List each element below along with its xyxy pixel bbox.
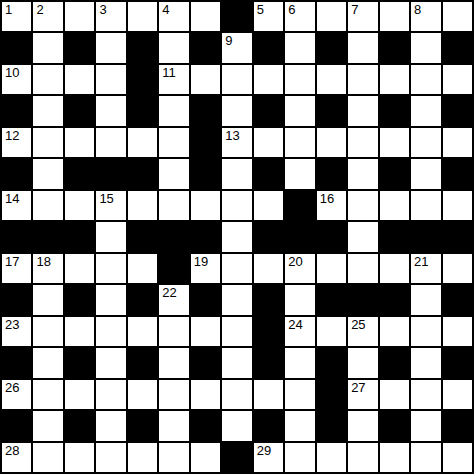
blocked-cell-r10c9 xyxy=(254,285,283,314)
blocked-cell-r4c15 xyxy=(443,96,472,125)
blocked-cell-r14c13 xyxy=(380,411,409,440)
cell-r3c10[interactable] xyxy=(285,65,314,94)
blocked-cell-r6c1 xyxy=(2,159,31,188)
blocked-cell-r8c1 xyxy=(2,222,31,251)
clue-number: 4 xyxy=(162,2,169,17)
blocked-cell-r8c2 xyxy=(33,222,62,251)
cell-r5c11[interactable] xyxy=(317,128,346,157)
cell-r7c4[interactable]: 15 xyxy=(96,191,125,220)
blocked-cell-r13c11 xyxy=(317,380,346,409)
cell-r7c7[interactable] xyxy=(191,191,220,220)
cell-r5c1[interactable]: 12 xyxy=(2,128,31,157)
blocked-cell-r10c12 xyxy=(348,285,377,314)
blocked-cell-r14c9 xyxy=(254,411,283,440)
cell-r3c7[interactable] xyxy=(191,65,220,94)
cell-r6c14[interactable] xyxy=(411,159,440,188)
blocked-cell-r12c1 xyxy=(2,348,31,377)
blocked-cell-r5c7 xyxy=(191,128,220,157)
cell-r2c4[interactable] xyxy=(96,33,125,62)
cell-r1c11[interactable] xyxy=(317,2,346,31)
cell-r14c12[interactable] xyxy=(348,411,377,440)
cell-r5c5[interactable] xyxy=(128,128,157,157)
clue-number: 12 xyxy=(5,128,19,143)
clue-number: 11 xyxy=(162,65,176,80)
cell-r13c5[interactable] xyxy=(128,380,157,409)
cell-r4c14[interactable] xyxy=(411,96,440,125)
cell-r5c4[interactable] xyxy=(96,128,125,157)
cell-r9c1[interactable]: 17 xyxy=(2,254,31,283)
cell-r13c1[interactable]: 26 xyxy=(2,380,31,409)
cell-r11c12[interactable]: 25 xyxy=(348,317,377,346)
blocked-cell-r12c13 xyxy=(380,348,409,377)
cell-r9c3[interactable] xyxy=(65,254,94,283)
blocked-cell-r6c4 xyxy=(96,159,125,188)
cell-r13c2[interactable] xyxy=(33,380,62,409)
clue-number: 7 xyxy=(351,2,358,17)
cell-r1c7[interactable] xyxy=(191,2,220,31)
blocked-cell-r4c7 xyxy=(191,96,220,125)
blocked-cell-r2c5 xyxy=(128,33,157,62)
cell-r11c13[interactable] xyxy=(380,317,409,346)
blocked-cell-r9c6 xyxy=(159,254,188,283)
cell-r13c4[interactable] xyxy=(96,380,125,409)
blocked-cell-r10c13 xyxy=(380,285,409,314)
blocked-cell-r12c9 xyxy=(254,348,283,377)
blocked-cell-r8c3 xyxy=(65,222,94,251)
cell-r1c2[interactable]: 2 xyxy=(33,2,62,31)
blocked-cell-r14c1 xyxy=(2,411,31,440)
blocked-cell-r4c13 xyxy=(380,96,409,125)
cell-r13c13[interactable] xyxy=(380,380,409,409)
cell-r15c13[interactable] xyxy=(380,443,409,472)
cell-r6c10[interactable] xyxy=(285,159,314,188)
cell-r1c1[interactable]: 1 xyxy=(2,2,31,31)
cell-r12c8[interactable] xyxy=(222,348,251,377)
blocked-cell-r4c1 xyxy=(2,96,31,125)
cell-r1c12[interactable]: 7 xyxy=(348,2,377,31)
blocked-cell-r6c11 xyxy=(317,159,346,188)
clue-number: 2 xyxy=(36,2,43,17)
cell-r5c14[interactable] xyxy=(411,128,440,157)
cell-r12c2[interactable] xyxy=(33,348,62,377)
blocked-cell-r11c9 xyxy=(254,317,283,346)
cell-r4c12[interactable] xyxy=(348,96,377,125)
blocked-cell-r10c1 xyxy=(2,285,31,314)
cell-r15c6[interactable] xyxy=(159,443,188,472)
clue-number: 6 xyxy=(288,2,295,17)
cell-r2c10[interactable] xyxy=(285,33,314,62)
cell-r9c9[interactable] xyxy=(254,254,283,283)
clue-number: 21 xyxy=(414,254,428,269)
cell-r9c2[interactable]: 18 xyxy=(33,254,62,283)
clue-number: 24 xyxy=(288,317,302,332)
blocked-cell-r14c5 xyxy=(128,411,157,440)
blocked-cell-r15c8 xyxy=(222,443,251,472)
cell-r15c12[interactable] xyxy=(348,443,377,472)
cell-r1c6[interactable]: 4 xyxy=(159,2,188,31)
cell-r2c6[interactable] xyxy=(159,33,188,62)
cell-r12c4[interactable] xyxy=(96,348,125,377)
cell-r14c4[interactable] xyxy=(96,411,125,440)
cell-r15c5[interactable] xyxy=(128,443,157,472)
cell-r1c3[interactable] xyxy=(65,2,94,31)
cell-r11c7[interactable] xyxy=(191,317,220,346)
cell-r9c11[interactable] xyxy=(317,254,346,283)
clue-number: 26 xyxy=(5,380,19,395)
blocked-cell-r14c3 xyxy=(65,411,94,440)
blocked-cell-r3c5 xyxy=(128,65,157,94)
cell-r13c3[interactable] xyxy=(65,380,94,409)
cell-r7c13[interactable] xyxy=(380,191,409,220)
cell-r9c10[interactable]: 20 xyxy=(285,254,314,283)
blocked-cell-r7c10 xyxy=(285,191,314,220)
blocked-cell-r14c7 xyxy=(191,411,220,440)
cell-r9c15[interactable] xyxy=(443,254,472,283)
blocked-cell-r8c15 xyxy=(443,222,472,251)
blocked-cell-r2c11 xyxy=(317,33,346,62)
clue-number: 27 xyxy=(351,380,365,395)
cell-r3c3[interactable] xyxy=(65,65,94,94)
blocked-cell-r10c15 xyxy=(443,285,472,314)
blocked-cell-r12c7 xyxy=(191,348,220,377)
cell-r7c6[interactable] xyxy=(159,191,188,220)
cell-r1c10[interactable]: 6 xyxy=(285,2,314,31)
cell-r15c15[interactable] xyxy=(443,443,472,472)
cell-r1c15[interactable] xyxy=(443,2,472,31)
cell-r11c10[interactable]: 24 xyxy=(285,317,314,346)
cell-r7c12[interactable] xyxy=(348,191,377,220)
cell-r11c8[interactable] xyxy=(222,317,251,346)
clue-number: 16 xyxy=(320,191,334,206)
cell-r15c3[interactable] xyxy=(65,443,94,472)
blocked-cell-r6c9 xyxy=(254,159,283,188)
cell-r6c12[interactable] xyxy=(348,159,377,188)
cell-r10c8[interactable] xyxy=(222,285,251,314)
blocked-cell-r6c15 xyxy=(443,159,472,188)
cell-r11c1[interactable]: 23 xyxy=(2,317,31,346)
cell-r10c2[interactable] xyxy=(33,285,62,314)
cell-r7c2[interactable] xyxy=(33,191,62,220)
blocked-cell-r2c9 xyxy=(254,33,283,62)
cell-r11c5[interactable] xyxy=(128,317,157,346)
cell-r8c8[interactable] xyxy=(222,222,251,251)
cell-r5c6[interactable] xyxy=(159,128,188,157)
clue-number: 14 xyxy=(5,191,19,206)
cell-r9c4[interactable] xyxy=(96,254,125,283)
blocked-cell-r8c7 xyxy=(191,222,220,251)
cell-r15c1[interactable]: 28 xyxy=(2,443,31,472)
cell-r6c8[interactable] xyxy=(222,159,251,188)
cell-r9c8[interactable] xyxy=(222,254,251,283)
cell-r14c14[interactable] xyxy=(411,411,440,440)
cell-r12c14[interactable] xyxy=(411,348,440,377)
blocked-cell-r10c7 xyxy=(191,285,220,314)
blocked-cell-r6c7 xyxy=(191,159,220,188)
blocked-cell-r2c1 xyxy=(2,33,31,62)
cell-r9c5[interactable] xyxy=(128,254,157,283)
cell-r5c13[interactable] xyxy=(380,128,409,157)
blocked-cell-r1c8 xyxy=(222,2,251,31)
blocked-cell-r10c3 xyxy=(65,285,94,314)
cell-r15c2[interactable] xyxy=(33,443,62,472)
cell-r6c6[interactable] xyxy=(159,159,188,188)
blocked-cell-r10c11 xyxy=(317,285,346,314)
blocked-cell-r4c11 xyxy=(317,96,346,125)
cell-r5c2[interactable] xyxy=(33,128,62,157)
cell-r4c10[interactable] xyxy=(285,96,314,125)
clue-number: 3 xyxy=(99,2,106,17)
blocked-cell-r12c15 xyxy=(443,348,472,377)
blocked-cell-r12c11 xyxy=(317,348,346,377)
clue-number: 13 xyxy=(225,128,239,143)
blocked-cell-r4c3 xyxy=(65,96,94,125)
cell-r14c2[interactable] xyxy=(33,411,62,440)
cell-r3c15[interactable] xyxy=(443,65,472,94)
cell-r1c9[interactable]: 5 xyxy=(254,2,283,31)
cell-r10c6[interactable]: 22 xyxy=(159,285,188,314)
cell-r2c14[interactable] xyxy=(411,33,440,62)
crossword-grid: 1234567891011121314151617181920212223242… xyxy=(0,0,474,474)
blocked-cell-r2c13 xyxy=(380,33,409,62)
cell-r1c13[interactable] xyxy=(380,2,409,31)
cell-r12c10[interactable] xyxy=(285,348,314,377)
cell-r7c11[interactable]: 16 xyxy=(317,191,346,220)
blocked-cell-r10c5 xyxy=(128,285,157,314)
cell-r4c6[interactable] xyxy=(159,96,188,125)
blocked-cell-r2c3 xyxy=(65,33,94,62)
cell-r13c6[interactable] xyxy=(159,380,188,409)
cell-r15c11[interactable] xyxy=(317,443,346,472)
cell-r3c1[interactable]: 10 xyxy=(2,65,31,94)
cell-r11c3[interactable] xyxy=(65,317,94,346)
cell-r7c9[interactable] xyxy=(254,191,283,220)
clue-number: 10 xyxy=(5,65,19,80)
cell-r5c15[interactable] xyxy=(443,128,472,157)
cell-r2c2[interactable] xyxy=(33,33,62,62)
clue-number: 15 xyxy=(99,191,113,206)
cell-r1c4[interactable]: 3 xyxy=(96,2,125,31)
blocked-cell-r2c15 xyxy=(443,33,472,62)
clue-number: 5 xyxy=(257,2,264,17)
cell-r13c8[interactable] xyxy=(222,380,251,409)
cell-r3c11[interactable] xyxy=(317,65,346,94)
cell-r3c2[interactable] xyxy=(33,65,62,94)
cell-r3c14[interactable] xyxy=(411,65,440,94)
cell-r1c14[interactable]: 8 xyxy=(411,2,440,31)
cell-r10c10[interactable] xyxy=(285,285,314,314)
cell-r13c7[interactable] xyxy=(191,380,220,409)
clue-number: 1 xyxy=(5,2,12,17)
clue-number: 25 xyxy=(351,317,365,332)
cell-r7c3[interactable] xyxy=(65,191,94,220)
cell-r14c6[interactable] xyxy=(159,411,188,440)
cell-r10c14[interactable] xyxy=(411,285,440,314)
cell-r9c14[interactable]: 21 xyxy=(411,254,440,283)
cell-r4c4[interactable] xyxy=(96,96,125,125)
cell-r13c14[interactable] xyxy=(411,380,440,409)
cell-r9c7[interactable]: 19 xyxy=(191,254,220,283)
clue-number: 22 xyxy=(162,285,176,300)
cell-r12c6[interactable] xyxy=(159,348,188,377)
blocked-cell-r8c5 xyxy=(128,222,157,251)
clue-number: 17 xyxy=(5,254,19,269)
blocked-cell-r6c3 xyxy=(65,159,94,188)
clue-number: 20 xyxy=(288,254,302,269)
cell-r15c4[interactable] xyxy=(96,443,125,472)
cell-r6c2[interactable] xyxy=(33,159,62,188)
cell-r3c9[interactable] xyxy=(254,65,283,94)
cell-r15c7[interactable] xyxy=(191,443,220,472)
cell-r3c4[interactable] xyxy=(96,65,125,94)
cell-r3c12[interactable] xyxy=(348,65,377,94)
blocked-cell-r8c14 xyxy=(411,222,440,251)
cell-r11c6[interactable] xyxy=(159,317,188,346)
cell-r11c11[interactable] xyxy=(317,317,346,346)
cell-r7c1[interactable]: 14 xyxy=(2,191,31,220)
cell-r5c12[interactable] xyxy=(348,128,377,157)
clue-number: 29 xyxy=(257,443,271,458)
cell-r5c9[interactable] xyxy=(254,128,283,157)
blocked-cell-r8c11 xyxy=(317,222,346,251)
blocked-cell-r12c3 xyxy=(65,348,94,377)
blocked-cell-r4c5 xyxy=(128,96,157,125)
cell-r5c8[interactable]: 13 xyxy=(222,128,251,157)
cell-r15c9[interactable]: 29 xyxy=(254,443,283,472)
clue-number: 9 xyxy=(225,33,232,48)
blocked-cell-r8c6 xyxy=(159,222,188,251)
cell-r11c15[interactable] xyxy=(443,317,472,346)
cell-r9c13[interactable] xyxy=(380,254,409,283)
blocked-cell-r4c9 xyxy=(254,96,283,125)
blocked-cell-r12c5 xyxy=(128,348,157,377)
cell-r14c8[interactable] xyxy=(222,411,251,440)
cell-r15c14[interactable] xyxy=(411,443,440,472)
cell-r5c10[interactable] xyxy=(285,128,314,157)
cell-r3c6[interactable]: 11 xyxy=(159,65,188,94)
cell-r14c10[interactable] xyxy=(285,411,314,440)
cell-r13c10[interactable] xyxy=(285,380,314,409)
clue-number: 18 xyxy=(36,254,50,269)
cell-r4c2[interactable] xyxy=(33,96,62,125)
clue-number: 28 xyxy=(5,443,19,458)
cell-r2c12[interactable] xyxy=(348,33,377,62)
clue-number: 19 xyxy=(194,254,208,269)
cell-r7c14[interactable] xyxy=(411,191,440,220)
cell-r4c8[interactable] xyxy=(222,96,251,125)
blocked-cell-r8c9 xyxy=(254,222,283,251)
blocked-cell-r14c11 xyxy=(317,411,346,440)
cell-r13c12[interactable]: 27 xyxy=(348,380,377,409)
blocked-cell-r14c15 xyxy=(443,411,472,440)
blocked-cell-r8c10 xyxy=(285,222,314,251)
cell-r9c12[interactable] xyxy=(348,254,377,283)
clue-number: 8 xyxy=(414,2,421,17)
cell-r13c9[interactable] xyxy=(254,380,283,409)
cell-r1c5[interactable] xyxy=(128,2,157,31)
blocked-cell-r6c5 xyxy=(128,159,157,188)
blocked-cell-r2c7 xyxy=(191,33,220,62)
cell-r13c15[interactable] xyxy=(443,380,472,409)
cell-r11c2[interactable] xyxy=(33,317,62,346)
cell-r3c13[interactable] xyxy=(380,65,409,94)
cell-r10c4[interactable] xyxy=(96,285,125,314)
cell-r8c4[interactable] xyxy=(96,222,125,251)
cell-r8c12[interactable] xyxy=(348,222,377,251)
cell-r7c5[interactable] xyxy=(128,191,157,220)
cell-r11c4[interactable] xyxy=(96,317,125,346)
blocked-cell-r8c13 xyxy=(380,222,409,251)
cell-r12c12[interactable] xyxy=(348,348,377,377)
cell-r3c8[interactable] xyxy=(222,65,251,94)
cell-r7c15[interactable] xyxy=(443,191,472,220)
cell-r7c8[interactable] xyxy=(222,191,251,220)
cell-r15c10[interactable] xyxy=(285,443,314,472)
clue-number: 23 xyxy=(5,317,19,332)
cell-r2c8[interactable]: 9 xyxy=(222,33,251,62)
blocked-cell-r6c13 xyxy=(380,159,409,188)
cell-r5c3[interactable] xyxy=(65,128,94,157)
cell-r11c14[interactable] xyxy=(411,317,440,346)
